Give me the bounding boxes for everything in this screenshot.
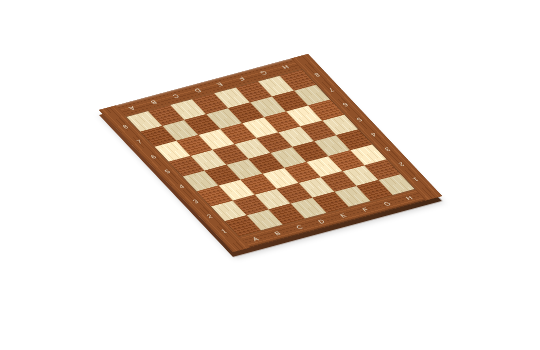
board-squares xyxy=(126,70,414,236)
chess-board: ABCDEFGH ABCDEFGH 87654321 87654321 xyxy=(99,54,442,252)
product-photo-scene: ABCDEFGH ABCDEFGH 87654321 87654321 xyxy=(0,0,540,350)
